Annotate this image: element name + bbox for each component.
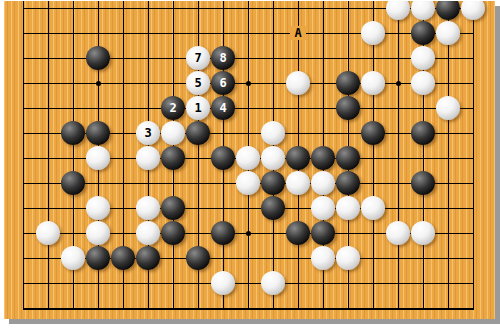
black-stone[interactable]: 4 xyxy=(211,96,235,120)
white-stone[interactable] xyxy=(361,196,385,220)
move-number-label: 1 xyxy=(186,96,210,120)
black-stone[interactable] xyxy=(286,146,310,170)
white-stone[interactable] xyxy=(161,121,185,145)
star-point xyxy=(396,81,401,86)
white-stone[interactable] xyxy=(411,71,435,95)
white-stone[interactable] xyxy=(86,221,110,245)
black-stone[interactable] xyxy=(361,121,385,145)
black-stone[interactable] xyxy=(211,221,235,245)
black-stone[interactable] xyxy=(311,146,335,170)
white-stone[interactable] xyxy=(411,1,435,20)
black-stone[interactable]: 8 xyxy=(211,46,235,70)
black-stone[interactable] xyxy=(286,221,310,245)
black-stone[interactable] xyxy=(86,46,110,70)
white-stone[interactable] xyxy=(261,271,285,295)
marker-A: A xyxy=(290,26,306,40)
white-stone[interactable] xyxy=(136,221,160,245)
move-number-label: 7 xyxy=(186,46,210,70)
grid-line-horizontal xyxy=(23,108,474,109)
white-stone[interactable] xyxy=(136,146,160,170)
white-stone[interactable] xyxy=(61,246,85,270)
star-point xyxy=(246,231,251,236)
move-number-label: 8 xyxy=(211,46,235,70)
black-stone[interactable] xyxy=(186,121,210,145)
black-stone[interactable] xyxy=(211,146,235,170)
white-stone[interactable] xyxy=(286,71,310,95)
white-stone[interactable] xyxy=(336,196,360,220)
star-point xyxy=(96,81,101,86)
white-stone[interactable] xyxy=(86,196,110,220)
black-stone[interactable] xyxy=(261,196,285,220)
white-stone[interactable]: 7 xyxy=(186,46,210,70)
grid-line-vertical xyxy=(373,1,374,310)
white-stone[interactable] xyxy=(461,1,485,20)
white-stone[interactable] xyxy=(261,146,285,170)
grid-line-horizontal xyxy=(23,33,474,34)
grid-line-vertical xyxy=(48,1,49,310)
white-stone[interactable] xyxy=(436,21,460,45)
white-stone[interactable] xyxy=(311,171,335,195)
black-stone[interactable] xyxy=(86,121,110,145)
white-stone[interactable] xyxy=(411,221,435,245)
white-stone[interactable] xyxy=(236,146,260,170)
black-stone[interactable] xyxy=(336,96,360,120)
white-stone[interactable] xyxy=(236,171,260,195)
star-point xyxy=(246,81,251,86)
black-stone[interactable] xyxy=(111,246,135,270)
white-stone[interactable] xyxy=(436,96,460,120)
white-stone[interactable] xyxy=(311,196,335,220)
black-stone[interactable] xyxy=(161,146,185,170)
black-stone[interactable] xyxy=(161,221,185,245)
grid-line-horizontal xyxy=(23,283,474,284)
white-stone[interactable] xyxy=(361,71,385,95)
move-number-label: 2 xyxy=(161,96,185,120)
grid-line-vertical xyxy=(23,1,24,310)
black-stone[interactable] xyxy=(311,221,335,245)
white-stone[interactable] xyxy=(386,1,410,20)
white-stone[interactable]: 1 xyxy=(186,96,210,120)
black-stone[interactable] xyxy=(336,171,360,195)
grid-line-vertical xyxy=(398,1,399,310)
black-stone[interactable]: 6 xyxy=(211,71,235,95)
white-stone[interactable] xyxy=(336,246,360,270)
move-number-label: 5 xyxy=(186,71,210,95)
white-stone[interactable] xyxy=(311,246,335,270)
white-stone[interactable] xyxy=(136,196,160,220)
black-stone[interactable] xyxy=(336,146,360,170)
black-stone[interactable] xyxy=(411,21,435,45)
white-stone[interactable] xyxy=(411,46,435,70)
white-stone[interactable] xyxy=(261,121,285,145)
black-stone[interactable] xyxy=(61,171,85,195)
grid-line-vertical xyxy=(448,1,449,310)
black-stone[interactable] xyxy=(436,1,460,20)
black-stone[interactable] xyxy=(86,246,110,270)
white-stone[interactable] xyxy=(361,21,385,45)
grid-line-horizontal xyxy=(23,308,474,310)
white-stone[interactable] xyxy=(86,146,110,170)
move-number-label: 3 xyxy=(136,121,160,145)
black-stone[interactable] xyxy=(336,71,360,95)
grid-line-vertical xyxy=(473,1,474,310)
white-stone[interactable]: 3 xyxy=(136,121,160,145)
black-stone[interactable] xyxy=(411,121,435,145)
page-background: 78562143A xyxy=(0,0,500,335)
go-board[interactable]: 78562143A xyxy=(4,1,495,319)
white-stone[interactable] xyxy=(386,221,410,245)
black-stone[interactable] xyxy=(61,121,85,145)
move-number-label: 6 xyxy=(211,71,235,95)
black-stone[interactable] xyxy=(136,246,160,270)
move-number-label: 4 xyxy=(211,96,235,120)
black-stone[interactable] xyxy=(411,171,435,195)
black-stone[interactable] xyxy=(261,171,285,195)
black-stone[interactable] xyxy=(161,196,185,220)
white-stone[interactable] xyxy=(36,221,60,245)
white-stone[interactable] xyxy=(286,171,310,195)
white-stone[interactable]: 5 xyxy=(186,71,210,95)
black-stone[interactable] xyxy=(186,246,210,270)
black-stone[interactable]: 2 xyxy=(161,96,185,120)
white-stone[interactable] xyxy=(211,271,235,295)
